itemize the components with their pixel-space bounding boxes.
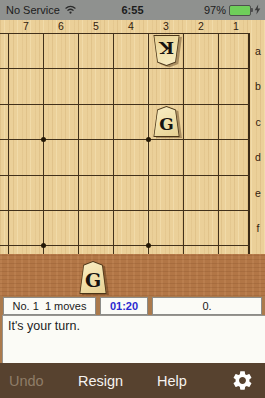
status-bar: No Service 6:55 97% (0, 0, 265, 20)
rank-label-e: e (251, 187, 265, 199)
grid-line (0, 33, 250, 34)
file-label-1: 1 (226, 20, 246, 33)
charging-bolt-icon (254, 4, 261, 17)
settings-gear-icon[interactable] (231, 363, 254, 398)
undo-button[interactable]: Undo (9, 363, 44, 398)
grid-line (43, 33, 44, 254)
file-label-3: 3 (156, 20, 176, 33)
piece-sente-gold-3c[interactable]: G (152, 106, 181, 137)
piece-gote-king-3a[interactable]: K (152, 35, 181, 66)
battery-icon (229, 5, 251, 16)
grid-line (218, 33, 219, 254)
info-bar: No. 1 1 moves 01:20 0. (0, 297, 265, 315)
shogi-board[interactable]: 7 6 5 4 3 2 1 a b c d e f (0, 20, 265, 254)
file-label-5: 5 (86, 20, 106, 33)
problem-number-cell: No. 1 1 moves (3, 297, 96, 315)
grid-line (0, 245, 250, 246)
grid-line (0, 175, 250, 176)
bottom-toolbar: Undo Resign Help (0, 363, 265, 398)
file-label-7: 7 (16, 20, 36, 33)
file-label-2: 2 (191, 20, 211, 33)
battery-percent: 97% (204, 4, 226, 16)
star-point (146, 137, 151, 142)
grid-line (78, 33, 79, 254)
grid-line (183, 33, 184, 254)
board-right-edge (248, 33, 250, 254)
resign-button[interactable]: Resign (78, 363, 123, 398)
piece-stand[interactable] (0, 254, 265, 296)
piece-sente-gold-in-hand[interactable]: G (78, 261, 108, 294)
grid-line (148, 33, 149, 254)
rank-label-c: c (251, 116, 265, 128)
star-point (146, 243, 151, 248)
star-point (41, 243, 46, 248)
file-label-4: 4 (121, 20, 141, 33)
message-box: It's your turn. (2, 315, 265, 368)
timer-cell: 01:20 (100, 297, 148, 315)
score-cell: 0. (152, 297, 262, 315)
grid-line (0, 68, 250, 69)
grid-line (0, 104, 250, 105)
grid-line (0, 139, 250, 140)
app-screen: No Service 6:55 97% 7 6 5 4 3 (0, 0, 265, 398)
file-label-6: 6 (51, 20, 71, 33)
rank-label-a: a (251, 45, 265, 57)
rank-label-d: d (251, 151, 265, 163)
grid-line (8, 33, 9, 254)
rank-label-b: b (251, 80, 265, 92)
star-point (41, 137, 46, 142)
rank-label-f: f (251, 222, 265, 234)
grid-line (113, 33, 114, 254)
help-button[interactable]: Help (157, 363, 187, 398)
grid-line (0, 210, 250, 211)
